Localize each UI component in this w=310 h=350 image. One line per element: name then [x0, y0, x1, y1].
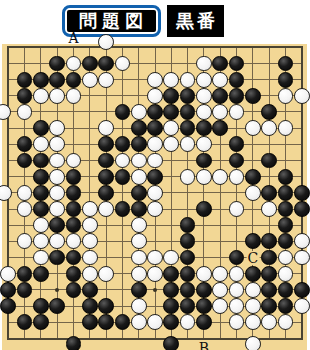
stone-white [294, 88, 310, 104]
stone-black [66, 169, 82, 185]
stone-black [66, 201, 82, 217]
problem-title: 問題図 [67, 10, 156, 32]
stone-black [261, 298, 277, 314]
stone-white [212, 266, 228, 282]
stone-white [98, 120, 114, 136]
stone-white [49, 88, 65, 104]
stone-white [180, 72, 196, 88]
stone-black [261, 104, 277, 120]
stone-black [17, 266, 33, 282]
stone-white [131, 250, 147, 266]
stone-black [98, 298, 114, 314]
stone-black [98, 185, 114, 201]
stone-white [261, 314, 277, 330]
stone-white [163, 72, 179, 88]
stone-white [261, 120, 277, 136]
stone-black [294, 185, 310, 201]
stone-white [147, 250, 163, 266]
stone-black [115, 201, 131, 217]
stone-white [131, 104, 147, 120]
header: 問題図 黒番 [62, 5, 224, 37]
stone-white [212, 104, 228, 120]
stone-black [33, 153, 49, 169]
stone-black [180, 282, 196, 298]
stone-black [33, 266, 49, 282]
stone-black [278, 298, 294, 314]
stone-black [66, 266, 82, 282]
stone-white [196, 169, 212, 185]
stone-white [147, 185, 163, 201]
stone-black [163, 336, 179, 350]
stone-white [245, 298, 261, 314]
stone-black [196, 314, 212, 330]
stone-black [278, 72, 294, 88]
stone-white [196, 104, 212, 120]
stone-black [131, 185, 147, 201]
stone-white [147, 88, 163, 104]
stone-white [82, 201, 98, 217]
stone-black [33, 185, 49, 201]
stone-white [212, 298, 228, 314]
stone-white [229, 201, 245, 217]
stone-white [33, 88, 49, 104]
stone-white [49, 185, 65, 201]
stone-white [131, 217, 147, 233]
stone-black [66, 282, 82, 298]
label-c: C [246, 251, 259, 265]
stone-black [147, 169, 163, 185]
stone-white [147, 153, 163, 169]
stone-black [163, 298, 179, 314]
stone-black [278, 169, 294, 185]
stone-white [131, 169, 147, 185]
stone-black [33, 120, 49, 136]
stone-white [245, 282, 261, 298]
stone-black [163, 266, 179, 282]
stone-black [131, 282, 147, 298]
stone-black [163, 282, 179, 298]
stone-black [261, 282, 277, 298]
stone-black [229, 72, 245, 88]
stone-white [33, 233, 49, 249]
stone-white [147, 136, 163, 152]
stone-white [212, 169, 228, 185]
stone-black [196, 298, 212, 314]
stone-white [196, 56, 212, 72]
stone-black [66, 185, 82, 201]
stone-black [17, 88, 33, 104]
stone-black [82, 314, 98, 330]
stone-white [229, 104, 245, 120]
stone-black [196, 120, 212, 136]
stone-white [245, 120, 261, 136]
label-a: A [68, 31, 78, 45]
stone-white [66, 88, 82, 104]
stone-black [278, 185, 294, 201]
stone-black [261, 266, 277, 282]
stone-white [131, 266, 147, 282]
stone-white [278, 120, 294, 136]
stone-black [180, 266, 196, 282]
stone-black [163, 88, 179, 104]
stone-black [33, 201, 49, 217]
stone-white [196, 266, 212, 282]
stone-black [180, 88, 196, 104]
stone-black [98, 169, 114, 185]
stone-black [33, 72, 49, 88]
stone-black [163, 104, 179, 120]
stone-black [294, 282, 310, 298]
stone-white [278, 88, 294, 104]
stone-black [131, 201, 147, 217]
stone-black [33, 169, 49, 185]
stone-black [245, 233, 261, 249]
stone-white [147, 72, 163, 88]
stone-white [147, 314, 163, 330]
stone-white [294, 250, 310, 266]
stone-white [82, 266, 98, 282]
stone-black [66, 336, 82, 350]
stone-white [17, 185, 33, 201]
stone-white [98, 72, 114, 88]
stone-white [131, 298, 147, 314]
stone-white [33, 250, 49, 266]
stone-white [82, 217, 98, 233]
stone-white [0, 266, 16, 282]
stone-white [98, 201, 114, 217]
stone-white [229, 169, 245, 185]
stone-black [196, 153, 212, 169]
stone-white [147, 201, 163, 217]
stone-black [278, 282, 294, 298]
stone-black [245, 169, 261, 185]
stone-white [229, 282, 245, 298]
stone-white [261, 201, 277, 217]
stone-black [131, 120, 147, 136]
stone-black [278, 201, 294, 217]
stone-white [245, 314, 261, 330]
stone-white [278, 266, 294, 282]
stone-black [0, 298, 16, 314]
stone-white [245, 185, 261, 201]
stone-black [49, 72, 65, 88]
stone-white [294, 298, 310, 314]
stone-white [82, 72, 98, 88]
stone-black [261, 185, 277, 201]
stone-white [33, 217, 49, 233]
stone-white [131, 153, 147, 169]
stone-black [98, 56, 114, 72]
label-b: B [199, 341, 209, 350]
stone-black [229, 88, 245, 104]
stone-white [49, 169, 65, 185]
stone-black [33, 314, 49, 330]
stone-black [17, 72, 33, 88]
stone-black [294, 201, 310, 217]
stone-white [33, 136, 49, 152]
stone-black [17, 282, 33, 298]
stone-white [180, 169, 196, 185]
stone-black [115, 169, 131, 185]
stone-white [131, 314, 147, 330]
stone-white [196, 136, 212, 152]
stone-white [196, 72, 212, 88]
stone-white [131, 233, 147, 249]
stone-white [294, 233, 310, 249]
go-board[interactable]: ABC [2, 44, 307, 350]
stone-white [49, 201, 65, 217]
stone-black [82, 298, 98, 314]
stone-white [212, 72, 228, 88]
stone-white [196, 88, 212, 104]
stone-black [147, 104, 163, 120]
stone-black [196, 282, 212, 298]
stone-black [82, 56, 98, 72]
stone-black [115, 104, 131, 120]
stone-black [196, 201, 212, 217]
stone-black [131, 136, 147, 152]
stone-white [229, 298, 245, 314]
stone-white [229, 266, 245, 282]
stone-black [147, 120, 163, 136]
stone-black [0, 282, 16, 298]
stone-white [82, 250, 98, 266]
stone-white [212, 282, 228, 298]
stone-black [82, 282, 98, 298]
stone-white [245, 336, 261, 350]
stone-black [33, 298, 49, 314]
stone-black [49, 298, 65, 314]
stone-black [98, 314, 114, 330]
stone-white [98, 266, 114, 282]
hoshi-dot [153, 288, 157, 292]
stone-white [82, 233, 98, 249]
side-to-move-badge: 黒番 [167, 5, 224, 37]
stone-black [245, 266, 261, 282]
stone-black [66, 72, 82, 88]
stone-white [147, 266, 163, 282]
stone-black [212, 88, 228, 104]
stone-black [245, 88, 261, 104]
